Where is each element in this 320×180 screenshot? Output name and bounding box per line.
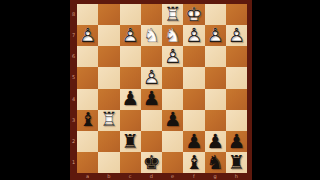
square-e7: ♞♘ xyxy=(162,25,183,46)
square-a1 xyxy=(77,152,98,173)
piece-white-pawn: ♟♙ xyxy=(183,25,204,46)
rank-label-4: 4 xyxy=(70,89,77,110)
square-h3 xyxy=(226,110,247,131)
piece-black-rook: ♜ xyxy=(120,131,141,152)
piece-black-pawn: ♟ xyxy=(162,110,183,131)
piece-black-pawn: ♟ xyxy=(205,131,226,152)
square-g7: ♟♙ xyxy=(205,25,226,46)
square-g3 xyxy=(205,110,226,131)
square-c8 xyxy=(120,4,141,25)
square-b4 xyxy=(98,89,119,110)
file-label-b: b xyxy=(98,173,119,180)
square-d8 xyxy=(141,4,162,25)
square-e8: ♜♖ xyxy=(162,4,183,25)
pawn-glyph: ♟ xyxy=(162,110,183,131)
square-c4: ♟ xyxy=(120,89,141,110)
square-a3: ♝ xyxy=(77,110,98,131)
chess-board: ♜♖♚♔♟♙♟♙♞♘♞♘♟♙♟♙♟♙♟♙♟♙♟♟♝♜♖♟♜♟♟♟♚♝♞♜ xyxy=(77,4,247,173)
file-label-e: e xyxy=(162,173,183,180)
piece-white-pawn: ♟♙ xyxy=(120,25,141,46)
square-d7: ♞♘ xyxy=(141,25,162,46)
square-e2 xyxy=(162,131,183,152)
piece-white-rook: ♜♖ xyxy=(98,110,119,131)
square-d6 xyxy=(141,46,162,67)
piece-black-pawn: ♟ xyxy=(141,89,162,110)
piece-black-pawn: ♟ xyxy=(183,131,204,152)
square-a8 xyxy=(77,4,98,25)
square-e5 xyxy=(162,67,183,88)
square-g1: ♞ xyxy=(205,152,226,173)
piece-black-pawn: ♟ xyxy=(120,89,141,110)
square-c7: ♟♙ xyxy=(120,25,141,46)
rank-labels: 87654321 xyxy=(70,4,77,173)
square-b7 xyxy=(98,25,119,46)
rook-glyph: ♜ xyxy=(120,131,141,152)
knight-glyph: ♞ xyxy=(205,152,226,173)
file-labels: abcdefgh xyxy=(77,173,247,180)
square-g8 xyxy=(205,4,226,25)
file-label-g: g xyxy=(205,173,226,180)
square-f4 xyxy=(183,89,204,110)
rank-label-6: 6 xyxy=(70,46,77,67)
file-label-c: c xyxy=(120,173,141,180)
piece-black-knight: ♞ xyxy=(205,152,226,173)
square-b3: ♜♖ xyxy=(98,110,119,131)
piece-white-rook: ♜♖ xyxy=(162,4,183,25)
pawn-glyph: ♙ xyxy=(162,46,183,67)
piece-white-pawn: ♟♙ xyxy=(77,25,98,46)
piece-white-pawn: ♟♙ xyxy=(226,25,247,46)
piece-white-pawn: ♟♙ xyxy=(141,67,162,88)
pawn-glyph: ♟ xyxy=(183,131,204,152)
square-g6 xyxy=(205,46,226,67)
pawn-glyph: ♙ xyxy=(183,25,204,46)
piece-white-king: ♚♔ xyxy=(183,4,204,25)
square-h7: ♟♙ xyxy=(226,25,247,46)
square-f7: ♟♙ xyxy=(183,25,204,46)
square-b5 xyxy=(98,67,119,88)
piece-white-pawn: ♟♙ xyxy=(205,25,226,46)
square-d1: ♚ xyxy=(141,152,162,173)
pawn-glyph: ♟ xyxy=(141,89,162,110)
square-d5: ♟♙ xyxy=(141,67,162,88)
square-b1 xyxy=(98,152,119,173)
square-h1: ♜ xyxy=(226,152,247,173)
piece-white-pawn: ♟♙ xyxy=(162,46,183,67)
file-label-h: h xyxy=(226,173,247,180)
pawn-glyph: ♟ xyxy=(205,131,226,152)
pawn-glyph: ♟ xyxy=(226,131,247,152)
square-c5 xyxy=(120,67,141,88)
square-c6 xyxy=(120,46,141,67)
square-h5 xyxy=(226,67,247,88)
pawn-glyph: ♙ xyxy=(77,25,98,46)
square-b6 xyxy=(98,46,119,67)
knight-glyph: ♘ xyxy=(162,25,183,46)
rank-label-2: 2 xyxy=(70,131,77,152)
rank-label-1: 1 xyxy=(70,152,77,173)
square-e1 xyxy=(162,152,183,173)
rank-label-7: 7 xyxy=(70,25,77,46)
square-d4: ♟ xyxy=(141,89,162,110)
file-label-d: d xyxy=(141,173,162,180)
rank-label-3: 3 xyxy=(70,110,77,131)
square-f6 xyxy=(183,46,204,67)
pawn-glyph: ♟ xyxy=(120,89,141,110)
file-label-f: f xyxy=(183,173,204,180)
square-f2: ♟ xyxy=(183,131,204,152)
square-g2: ♟ xyxy=(205,131,226,152)
bishop-glyph: ♝ xyxy=(77,110,98,131)
piece-black-pawn: ♟ xyxy=(226,131,247,152)
pawn-glyph: ♙ xyxy=(205,25,226,46)
square-f8: ♚♔ xyxy=(183,4,204,25)
square-a2 xyxy=(77,131,98,152)
square-a4 xyxy=(77,89,98,110)
square-h6 xyxy=(226,46,247,67)
square-c1 xyxy=(120,152,141,173)
piece-black-bishop: ♝ xyxy=(183,152,204,173)
pawn-glyph: ♙ xyxy=(120,25,141,46)
square-h2: ♟ xyxy=(226,131,247,152)
file-label-a: a xyxy=(77,173,98,180)
square-e4 xyxy=(162,89,183,110)
square-d2 xyxy=(141,131,162,152)
pawn-glyph: ♙ xyxy=(226,25,247,46)
king-glyph: ♚ xyxy=(141,152,162,173)
square-a6 xyxy=(77,46,98,67)
pawn-glyph: ♙ xyxy=(141,67,162,88)
square-c2: ♜ xyxy=(120,131,141,152)
rook-glyph: ♖ xyxy=(162,4,183,25)
piece-black-king: ♚ xyxy=(141,152,162,173)
square-a5 xyxy=(77,67,98,88)
king-glyph: ♔ xyxy=(183,4,204,25)
rook-glyph: ♜ xyxy=(226,152,247,173)
square-h4 xyxy=(226,89,247,110)
rank-label-5: 5 xyxy=(70,67,77,88)
square-b2 xyxy=(98,131,119,152)
piece-white-knight: ♞♘ xyxy=(141,25,162,46)
chess-board-frame: 87654321 abcdefgh ♜♖♚♔♟♙♟♙♞♘♞♘♟♙♟♙♟♙♟♙♟♙… xyxy=(70,0,252,180)
piece-white-knight: ♞♘ xyxy=(162,25,183,46)
square-b8 xyxy=(98,4,119,25)
square-d3 xyxy=(141,110,162,131)
square-c3 xyxy=(120,110,141,131)
square-e3: ♟ xyxy=(162,110,183,131)
rank-label-8: 8 xyxy=(70,4,77,25)
square-f1: ♝ xyxy=(183,152,204,173)
piece-black-rook: ♜ xyxy=(226,152,247,173)
rook-glyph: ♖ xyxy=(98,110,119,131)
square-a7: ♟♙ xyxy=(77,25,98,46)
bishop-glyph: ♝ xyxy=(183,152,204,173)
square-g4 xyxy=(205,89,226,110)
knight-glyph: ♘ xyxy=(141,25,162,46)
square-f3 xyxy=(183,110,204,131)
square-h8 xyxy=(226,4,247,25)
square-e6: ♟♙ xyxy=(162,46,183,67)
piece-black-bishop: ♝ xyxy=(77,110,98,131)
square-g5 xyxy=(205,67,226,88)
square-f5 xyxy=(183,67,204,88)
